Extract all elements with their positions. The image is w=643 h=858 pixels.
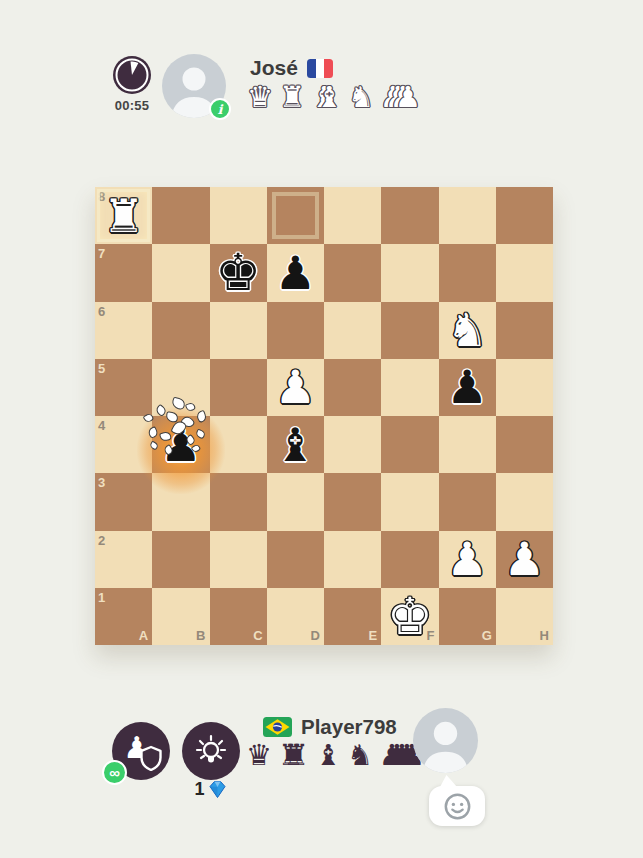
infinity-badge: ∞ xyxy=(102,760,127,785)
square-g3[interactable] xyxy=(439,473,496,530)
rank-label: 6 xyxy=(98,304,105,319)
square-e2[interactable] xyxy=(324,531,381,588)
rank-label: 5 xyxy=(98,361,105,376)
piece-black-bishop[interactable]: ♝ xyxy=(267,416,324,473)
captured-knight: ♞ xyxy=(348,81,374,114)
file-label: E xyxy=(369,628,378,643)
smiley-icon xyxy=(442,791,473,822)
player-captured-pieces: ♛♜♜♝♞♟♟♟♟♟ xyxy=(246,736,431,772)
square-h6[interactable] xyxy=(496,302,553,359)
captured-group-knight: ♞ xyxy=(348,81,374,114)
chess-board: 8♜7♚♟6♞5♟♟4♟♝32♟♟1ABCDEF♚GH xyxy=(95,187,553,645)
square-h2[interactable]: ♟ xyxy=(496,531,553,588)
square-d4[interactable]: ♝ xyxy=(267,416,324,473)
square-f4[interactable] xyxy=(381,416,438,473)
square-b4[interactable]: ♟ xyxy=(152,416,209,473)
captured-group-knight: ♞ xyxy=(347,739,373,772)
shield-icon xyxy=(139,745,163,771)
square-d6[interactable] xyxy=(267,302,324,359)
person-icon xyxy=(413,708,478,773)
captured-bishop: ♝ xyxy=(316,81,342,114)
file-label: D xyxy=(311,628,320,643)
piece-black-pawn[interactable]: ♟ xyxy=(267,244,324,301)
square-b1[interactable]: B xyxy=(152,588,209,645)
square-g8[interactable] xyxy=(439,187,496,244)
opponent-captured-pieces: ♛♜♝♝♞♟♟♟♟ xyxy=(247,80,427,114)
square-e5[interactable] xyxy=(324,359,381,416)
hint-count: 1 xyxy=(194,779,204,800)
file-label: H xyxy=(540,628,549,643)
captured-group-rook: ♜ xyxy=(279,81,305,114)
captured-group-bishop: ♝ xyxy=(315,739,341,772)
opponent-clock-time: 00:55 xyxy=(104,98,160,113)
file-label: B xyxy=(196,628,205,643)
square-h8[interactable] xyxy=(496,187,553,244)
square-a7[interactable]: 7 xyxy=(95,244,152,301)
opponent-clock: 00:55 xyxy=(104,55,160,113)
square-h7[interactable] xyxy=(496,244,553,301)
square-f1[interactable]: F♚ xyxy=(381,588,438,645)
square-f7[interactable] xyxy=(381,244,438,301)
square-d5[interactable]: ♟ xyxy=(267,359,324,416)
piece-black-king[interactable]: ♚ xyxy=(210,244,267,301)
chess-game-screen: 00:55 i José ♛♜♝♝♞♟♟♟♟ 8♜7♚♟6♞5♟♟4♟♝32♟♟… xyxy=(0,0,643,858)
piece-black-pawn[interactable]: ♟ xyxy=(439,359,496,416)
square-c8[interactable] xyxy=(210,187,267,244)
captured-rook: ♜ xyxy=(283,739,309,772)
square-f2[interactable] xyxy=(381,531,438,588)
piece-black-pawn[interactable]: ♟ xyxy=(152,416,209,473)
square-c6[interactable] xyxy=(210,302,267,359)
file-label: A xyxy=(139,628,148,643)
square-d2[interactable] xyxy=(267,531,324,588)
captured-pawn: ♟ xyxy=(395,81,421,114)
rank-label: 1 xyxy=(98,590,105,605)
square-b6[interactable] xyxy=(152,302,209,359)
square-c1[interactable]: C xyxy=(210,588,267,645)
piece-white-pawn[interactable]: ♟ xyxy=(267,359,324,416)
square-h5[interactable] xyxy=(496,359,553,416)
captured-group-rook: ♜♜ xyxy=(278,739,309,772)
square-h1[interactable]: H xyxy=(496,588,553,645)
square-b2[interactable] xyxy=(152,531,209,588)
square-f5[interactable] xyxy=(381,359,438,416)
square-g1[interactable]: G xyxy=(439,588,496,645)
square-b8[interactable] xyxy=(152,187,209,244)
file-label: G xyxy=(482,628,492,643)
square-d3[interactable] xyxy=(267,473,324,530)
france-flag-icon xyxy=(307,59,333,78)
captured-bishop: ♝ xyxy=(315,739,341,772)
square-g6[interactable]: ♞ xyxy=(439,302,496,359)
brazil-flag-icon xyxy=(263,717,292,737)
captured-rook: ♜ xyxy=(279,81,305,114)
rank-label: 3 xyxy=(98,475,105,490)
square-c7[interactable]: ♚ xyxy=(210,244,267,301)
rank-label: 4 xyxy=(98,418,105,433)
rank-label: 7 xyxy=(98,246,105,261)
bubble-tail-icon xyxy=(440,775,457,787)
file-label: C xyxy=(253,628,262,643)
square-h3[interactable] xyxy=(496,473,553,530)
square-d1[interactable]: D xyxy=(267,588,324,645)
opponent-name-row: José xyxy=(250,56,333,80)
opponent-name: José xyxy=(250,56,298,80)
piece-white-pawn[interactable]: ♟ xyxy=(439,531,496,588)
piece-white-king[interactable]: ♚ xyxy=(381,588,438,645)
captured-queen: ♛ xyxy=(247,81,273,114)
square-e3[interactable] xyxy=(324,473,381,530)
square-f6[interactable] xyxy=(381,302,438,359)
lightbulb-icon xyxy=(193,733,229,769)
last-move-from-highlight xyxy=(272,192,319,239)
hint-cost: 1 xyxy=(176,779,246,800)
player-avatar[interactable] xyxy=(413,708,478,773)
captured-group-pawn: ♟♟♟♟ xyxy=(380,81,421,114)
info-badge[interactable]: i xyxy=(209,98,231,120)
square-b7[interactable] xyxy=(152,244,209,301)
square-g4[interactable] xyxy=(439,416,496,473)
square-e4[interactable] xyxy=(324,416,381,473)
clock-icon xyxy=(112,55,152,95)
square-g2[interactable]: ♟ xyxy=(439,531,496,588)
square-c2[interactable] xyxy=(210,531,267,588)
square-d8[interactable] xyxy=(267,187,324,244)
square-g7[interactable] xyxy=(439,244,496,301)
square-a6[interactable]: 6 xyxy=(95,302,152,359)
piece-white-pawn[interactable]: ♟ xyxy=(496,531,553,588)
gem-icon xyxy=(207,780,228,799)
square-e7[interactable] xyxy=(324,244,381,301)
piece-white-rook[interactable]: ♜ xyxy=(95,187,152,244)
rank-label: 2 xyxy=(98,533,105,548)
square-a8[interactable]: 8♜ xyxy=(95,187,152,244)
captured-group-queen: ♛ xyxy=(246,739,272,772)
square-a1[interactable]: 1A xyxy=(95,588,152,645)
board-wrap: 8♜7♚♟6♞5♟♟4♟♝32♟♟1ABCDEF♚GH xyxy=(95,187,553,645)
square-g5[interactable]: ♟ xyxy=(439,359,496,416)
square-e6[interactable] xyxy=(324,302,381,359)
piece-white-knight[interactable]: ♞ xyxy=(439,302,496,359)
square-e8[interactable] xyxy=(324,187,381,244)
captured-group-queen: ♛ xyxy=(247,81,273,114)
square-f3[interactable] xyxy=(381,473,438,530)
captured-group-bishop: ♝♝ xyxy=(311,81,342,114)
captured-knight: ♞ xyxy=(347,739,373,772)
square-f8[interactable] xyxy=(381,187,438,244)
square-a2[interactable]: 2 xyxy=(95,531,152,588)
square-e1[interactable]: E xyxy=(324,588,381,645)
hint-button[interactable] xyxy=(182,722,240,780)
square-h4[interactable] xyxy=(496,416,553,473)
emote-bubble[interactable] xyxy=(429,786,485,826)
captured-queen: ♛ xyxy=(246,739,272,772)
square-d7[interactable]: ♟ xyxy=(267,244,324,301)
